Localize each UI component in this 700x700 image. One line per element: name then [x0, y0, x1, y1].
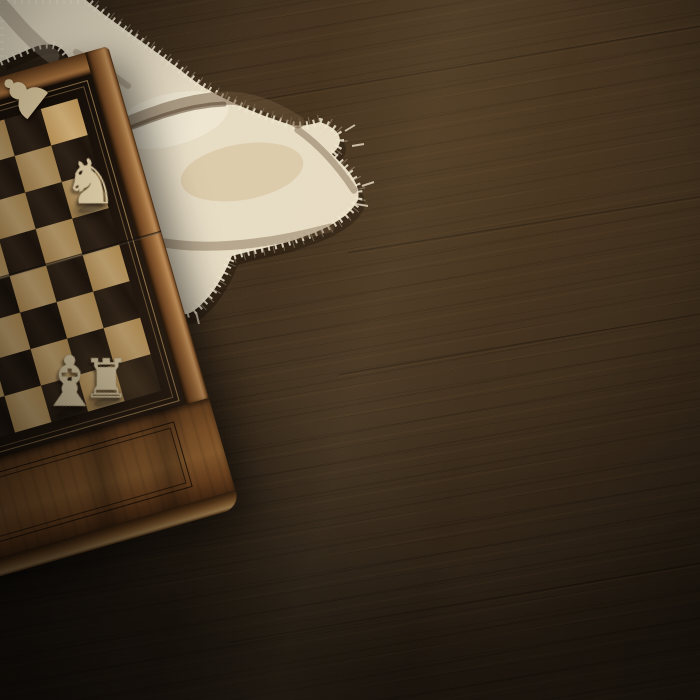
chess-piece-knight: ♞	[62, 172, 109, 219]
chess-piece-rook: ♜	[78, 365, 125, 412]
photo-stage: ♞♝♜ ♟	[0, 0, 700, 700]
rook-glyph: ♜	[82, 352, 130, 406]
knight-glyph: ♞	[63, 151, 119, 213]
